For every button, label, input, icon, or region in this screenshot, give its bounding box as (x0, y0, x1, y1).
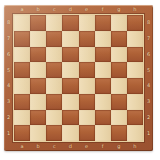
square-g4[interactable] (111, 78, 127, 94)
square-g1[interactable] (111, 125, 127, 141)
square-a2[interactable] (14, 110, 30, 126)
file-labels-bottom: abcdefgh (14, 143, 143, 150)
file-labels-top: abcdefgh (14, 6, 143, 13)
file-label-d-bottom: d (62, 143, 78, 150)
square-g2[interactable] (111, 110, 127, 126)
square-e4[interactable] (79, 78, 95, 94)
square-c3[interactable] (46, 94, 62, 110)
square-e6[interactable] (79, 47, 95, 63)
square-h4[interactable] (127, 78, 143, 94)
square-c2[interactable] (46, 110, 62, 126)
rank-label-3-left: 3 (5, 94, 12, 110)
square-c5[interactable] (46, 62, 62, 78)
square-f5[interactable] (95, 62, 111, 78)
file-label-f-bottom: f (95, 143, 111, 150)
playing-area (13, 14, 144, 142)
square-c8[interactable] (46, 15, 62, 31)
square-f7[interactable] (95, 31, 111, 47)
square-g7[interactable] (111, 31, 127, 47)
rank-label-2-right: 2 (145, 110, 152, 126)
rank-label-1-left: 1 (5, 125, 12, 141)
square-a8[interactable] (14, 15, 30, 31)
rank-label-2-left: 2 (5, 110, 12, 126)
square-e8[interactable] (79, 15, 95, 31)
square-g6[interactable] (111, 47, 127, 63)
square-a1[interactable] (14, 125, 30, 141)
rank-label-7-right: 7 (145, 31, 152, 47)
file-label-h-top: h (127, 6, 143, 13)
square-f1[interactable] (95, 125, 111, 141)
square-h6[interactable] (127, 47, 143, 63)
file-label-a-bottom: a (14, 143, 30, 150)
square-f6[interactable] (95, 47, 111, 63)
square-e1[interactable] (79, 125, 95, 141)
file-label-a-top: a (14, 6, 30, 13)
square-g3[interactable] (111, 94, 127, 110)
file-label-f-top: f (95, 6, 111, 13)
square-h5[interactable] (127, 62, 143, 78)
rank-label-4-left: 4 (5, 78, 12, 94)
square-h8[interactable] (127, 15, 143, 31)
square-a4[interactable] (14, 78, 30, 94)
square-c4[interactable] (46, 78, 62, 94)
file-label-h-bottom: h (127, 143, 143, 150)
file-label-b-top: b (30, 6, 46, 13)
square-d6[interactable] (62, 47, 78, 63)
rank-label-6-left: 6 (5, 47, 12, 63)
page-background: abcdefgh abcdefgh 87654321 87654321 (0, 0, 160, 160)
square-b2[interactable] (30, 110, 46, 126)
file-label-g-top: g (111, 6, 127, 13)
rank-label-8-right: 8 (145, 15, 152, 31)
square-a5[interactable] (14, 62, 30, 78)
square-c1[interactable] (46, 125, 62, 141)
square-f8[interactable] (95, 15, 111, 31)
square-e7[interactable] (79, 31, 95, 47)
square-b8[interactable] (30, 15, 46, 31)
square-f3[interactable] (95, 94, 111, 110)
square-b3[interactable] (30, 94, 46, 110)
square-b5[interactable] (30, 62, 46, 78)
rank-label-4-right: 4 (145, 78, 152, 94)
rank-label-8-left: 8 (5, 15, 12, 31)
rank-labels-right: 87654321 (145, 15, 152, 141)
file-label-g-bottom: g (111, 143, 127, 150)
square-e5[interactable] (79, 62, 95, 78)
square-a3[interactable] (14, 94, 30, 110)
file-label-c-bottom: c (46, 143, 62, 150)
square-d4[interactable] (62, 78, 78, 94)
rank-label-5-right: 5 (145, 62, 152, 78)
square-d1[interactable] (62, 125, 78, 141)
rank-label-5-left: 5 (5, 62, 12, 78)
square-f4[interactable] (95, 78, 111, 94)
square-b4[interactable] (30, 78, 46, 94)
file-label-c-top: c (46, 6, 62, 13)
square-c7[interactable] (46, 31, 62, 47)
square-e2[interactable] (79, 110, 95, 126)
square-e3[interactable] (79, 94, 95, 110)
square-a7[interactable] (14, 31, 30, 47)
square-a6[interactable] (14, 47, 30, 63)
square-f2[interactable] (95, 110, 111, 126)
file-label-e-top: e (79, 6, 95, 13)
square-b7[interactable] (30, 31, 46, 47)
square-d8[interactable] (62, 15, 78, 31)
file-label-b-bottom: b (30, 143, 46, 150)
square-d2[interactable] (62, 110, 78, 126)
rank-label-1-right: 1 (145, 125, 152, 141)
square-h7[interactable] (127, 31, 143, 47)
rank-labels-left: 87654321 (5, 15, 12, 141)
square-g5[interactable] (111, 62, 127, 78)
square-h1[interactable] (127, 125, 143, 141)
file-label-d-top: d (62, 6, 78, 13)
square-h2[interactable] (127, 110, 143, 126)
square-h3[interactable] (127, 94, 143, 110)
square-g8[interactable] (111, 15, 127, 31)
square-d3[interactable] (62, 94, 78, 110)
square-b6[interactable] (30, 47, 46, 63)
square-d7[interactable] (62, 31, 78, 47)
rank-label-7-left: 7 (5, 31, 12, 47)
square-b1[interactable] (30, 125, 46, 141)
square-d5[interactable] (62, 62, 78, 78)
chess-board: abcdefgh abcdefgh 87654321 87654321 (4, 5, 153, 151)
rank-label-6-right: 6 (145, 47, 152, 63)
rank-label-3-right: 3 (145, 94, 152, 110)
file-label-e-bottom: e (79, 143, 95, 150)
square-c6[interactable] (46, 47, 62, 63)
